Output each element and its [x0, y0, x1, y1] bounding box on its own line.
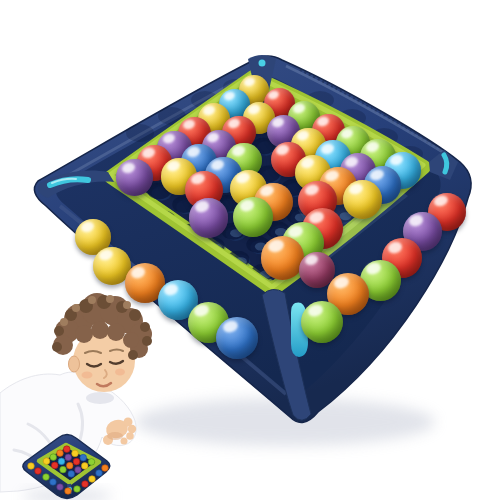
- product-photo-stage: [0, 0, 500, 500]
- mini-ball-yellow: [43, 458, 50, 465]
- mini-ball-purple: [75, 467, 82, 474]
- mini-ball-orange: [102, 465, 109, 472]
- mini-ball-orange: [57, 450, 64, 457]
- mini-ball-red: [63, 446, 70, 453]
- mini-ball-yellow: [72, 450, 79, 457]
- mini-ball-red: [73, 458, 80, 465]
- mini-ball-lime: [60, 466, 67, 473]
- mini-ball-yellow: [89, 476, 96, 483]
- mini-ball-blue: [80, 454, 87, 461]
- mini-ball-lime: [50, 454, 57, 461]
- mini-ball-red: [82, 481, 89, 488]
- mini-ball-lime: [88, 459, 95, 466]
- mini-ball-blue: [96, 470, 103, 477]
- mini-ball-blue: [68, 471, 75, 478]
- mini-ball-purple: [65, 454, 72, 461]
- mini-ball-orange: [66, 462, 73, 469]
- mini-ball-lime: [74, 486, 81, 493]
- mini-ball-lime: [43, 474, 50, 481]
- mini-ball-orange: [65, 488, 72, 495]
- mini-game-board: [0, 0, 500, 500]
- mini-ball-blue: [50, 479, 57, 486]
- mini-ball-red: [35, 468, 42, 475]
- mini-ball-purple: [57, 484, 64, 491]
- mini-ball-red: [51, 462, 58, 469]
- mini-ball-yellow: [81, 463, 88, 470]
- mini-ball-yellow: [28, 463, 35, 470]
- mini-ball-cyan: [58, 458, 65, 465]
